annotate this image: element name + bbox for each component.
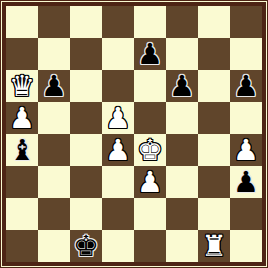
square-a4[interactable]: ♝ <box>6 134 38 166</box>
square-d4[interactable]: ♟ <box>102 134 134 166</box>
square-b2[interactable] <box>38 198 70 230</box>
square-h3[interactable]: ♟ <box>230 166 262 198</box>
square-f8[interactable] <box>166 6 198 38</box>
square-g1[interactable]: ♜ <box>198 230 230 262</box>
black-king-piece[interactable]: ♚ <box>73 230 99 262</box>
white-pawn-piece[interactable]: ♟ <box>105 134 131 166</box>
black-pawn-piece[interactable]: ♟ <box>41 70 67 102</box>
square-d2[interactable] <box>102 198 134 230</box>
square-g7[interactable] <box>198 38 230 70</box>
square-d6[interactable] <box>102 70 134 102</box>
square-d8[interactable] <box>102 6 134 38</box>
square-g2[interactable] <box>198 198 230 230</box>
square-h2[interactable] <box>230 198 262 230</box>
square-c3[interactable] <box>70 166 102 198</box>
white-king-piece[interactable]: ♚ <box>137 134 163 166</box>
square-h5[interactable] <box>230 102 262 134</box>
square-c7[interactable] <box>70 38 102 70</box>
square-b3[interactable] <box>38 166 70 198</box>
square-f1[interactable] <box>166 230 198 262</box>
square-e3[interactable]: ♟ <box>134 166 166 198</box>
square-a1[interactable] <box>6 230 38 262</box>
square-h1[interactable] <box>230 230 262 262</box>
black-pawn-piece[interactable]: ♟ <box>233 70 259 102</box>
square-c4[interactable] <box>70 134 102 166</box>
square-e7[interactable]: ♟ <box>134 38 166 70</box>
square-h8[interactable] <box>230 6 262 38</box>
black-pawn-piece[interactable]: ♟ <box>233 166 259 198</box>
square-h6[interactable]: ♟ <box>230 70 262 102</box>
square-c5[interactable] <box>70 102 102 134</box>
square-b1[interactable] <box>38 230 70 262</box>
white-rook-piece[interactable]: ♜ <box>201 230 227 262</box>
square-a2[interactable] <box>6 198 38 230</box>
square-e1[interactable] <box>134 230 166 262</box>
square-f5[interactable] <box>166 102 198 134</box>
square-h4[interactable]: ♟ <box>230 134 262 166</box>
square-d5[interactable]: ♟ <box>102 102 134 134</box>
square-c6[interactable] <box>70 70 102 102</box>
square-b8[interactable] <box>38 6 70 38</box>
square-b5[interactable] <box>38 102 70 134</box>
square-e8[interactable] <box>134 6 166 38</box>
square-c2[interactable] <box>70 198 102 230</box>
square-g3[interactable] <box>198 166 230 198</box>
square-f7[interactable] <box>166 38 198 70</box>
black-pawn-piece[interactable]: ♟ <box>169 70 195 102</box>
square-d7[interactable] <box>102 38 134 70</box>
square-a6[interactable]: ♛ <box>6 70 38 102</box>
square-f6[interactable]: ♟ <box>166 70 198 102</box>
square-f2[interactable] <box>166 198 198 230</box>
square-e4[interactable]: ♚ <box>134 134 166 166</box>
square-d3[interactable] <box>102 166 134 198</box>
square-a7[interactable] <box>6 38 38 70</box>
square-a3[interactable] <box>6 166 38 198</box>
square-e5[interactable] <box>134 102 166 134</box>
black-bishop-piece[interactable]: ♝ <box>9 134 35 166</box>
square-c1[interactable]: ♚ <box>70 230 102 262</box>
white-pawn-piece[interactable]: ♟ <box>9 102 35 134</box>
white-pawn-piece[interactable]: ♟ <box>137 166 163 198</box>
square-c8[interactable] <box>70 6 102 38</box>
white-pawn-piece[interactable]: ♟ <box>105 102 131 134</box>
square-g4[interactable] <box>198 134 230 166</box>
white-queen-piece[interactable]: ♛ <box>9 70 35 102</box>
square-e6[interactable] <box>134 70 166 102</box>
square-f3[interactable] <box>166 166 198 198</box>
black-pawn-piece[interactable]: ♟ <box>137 38 163 70</box>
square-e2[interactable] <box>134 198 166 230</box>
square-a8[interactable] <box>6 6 38 38</box>
square-g6[interactable] <box>198 70 230 102</box>
square-g8[interactable] <box>198 6 230 38</box>
square-h7[interactable] <box>230 38 262 70</box>
chess-board: ♟♛♟♟♟♟♟♝♟♚♟♟♟♚♜ <box>6 6 262 262</box>
square-a5[interactable]: ♟ <box>6 102 38 134</box>
square-b7[interactable] <box>38 38 70 70</box>
square-b6[interactable]: ♟ <box>38 70 70 102</box>
white-pawn-piece[interactable]: ♟ <box>233 134 259 166</box>
square-b4[interactable] <box>38 134 70 166</box>
square-d1[interactable] <box>102 230 134 262</box>
square-g5[interactable] <box>198 102 230 134</box>
chess-board-frame: ♟♛♟♟♟♟♟♝♟♚♟♟♟♚♜ <box>0 0 268 268</box>
square-f4[interactable] <box>166 134 198 166</box>
